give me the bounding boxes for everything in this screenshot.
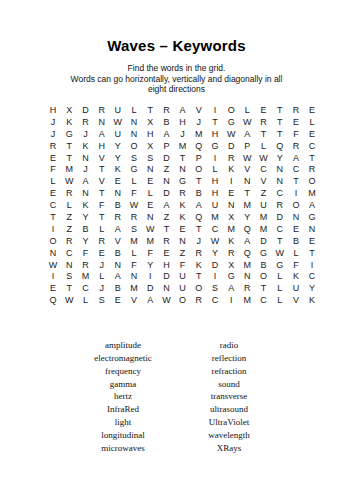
grid-cell: E [45,187,61,199]
grid-cell: W [223,128,239,140]
grid-cell: A [158,199,174,211]
grid-cell: Q [239,247,255,259]
grid-cell: C [288,163,304,175]
grid-cell: B [255,259,271,271]
grid-cell: D [255,235,271,247]
grid-cell: T [94,187,110,199]
grid-cell: M [239,294,255,306]
grid-cell: T [61,282,77,294]
grid-cell: J [94,259,110,271]
grid-cell: P [158,140,174,152]
grid-cell: D [207,259,223,271]
grid-cell: A [77,175,93,187]
grid-cell: X [223,211,239,223]
grid-cell: G [61,128,77,140]
grid-cell: N [110,187,126,199]
grid-cell: R [77,116,93,128]
grid-cell: M [142,235,158,247]
grid-cell: K [223,235,239,247]
grid-cell: O [175,294,191,306]
grid-cell: P [239,140,255,152]
grid-cell: F [77,247,93,259]
grid-cell: Y [272,152,288,164]
grid-cell: T [142,104,158,116]
grid-cell: N [126,128,142,140]
grid-cell: E [255,104,271,116]
grid-cell: R [304,163,320,175]
grid-cell: E [304,235,320,247]
grid-cell: W [207,235,223,247]
word-item: reflection [149,352,309,365]
grid-cell: V [94,152,110,164]
grid-cell: S [94,294,110,306]
word-item: UltraViolet [149,416,309,429]
grid-cell: L [272,282,288,294]
grid-cell: O [191,282,207,294]
grid-cell: C [77,282,93,294]
grid-cell: D [158,187,174,199]
grid-cell: K [110,163,126,175]
grid-cell: J [94,282,110,294]
grid-cell: J [45,116,61,128]
grid-cell: W [126,199,142,211]
grid-cell: M [239,199,255,211]
grid-cell: X [142,140,158,152]
grid-cell: D [272,211,288,223]
grid-cell: E [45,282,61,294]
grid-cell: M [175,140,191,152]
grid-cell: R [94,235,110,247]
grid-cell: J [175,128,191,140]
grid-cell: T [158,223,174,235]
grid-cell: E [94,247,110,259]
grid-cell: E [175,223,191,235]
grid-cell: N [272,163,288,175]
word-item: transverse [149,390,309,403]
grid-cell: G [272,259,288,271]
grid-cell: C [207,223,223,235]
grid-cell: H [94,140,110,152]
grid-cell: I [223,175,239,187]
grid-cell: E [304,104,320,116]
grid-cell: Q [191,211,207,223]
word-item: ultrasound [149,403,309,416]
grid-cell: K [175,199,191,211]
grid-cell: U [175,270,191,282]
grid-cell: V [239,163,255,175]
grid-cell: L [272,294,288,306]
grid-cell: Y [239,211,255,223]
grid-cell: B [110,199,126,211]
grid-cell: F [126,187,142,199]
grid-cell: V [191,104,207,116]
grid-cell: M [207,211,223,223]
grid-cell: W [110,116,126,128]
word-item: radio [149,339,309,352]
grid-cell: M [239,259,255,271]
grid-cell: R [239,282,255,294]
grid-cell: A [304,199,320,211]
grid-cell: N [45,247,61,259]
grid-cell: N [158,175,174,187]
grid-cell: L [94,270,110,282]
grid-cell: T [288,175,304,187]
grid-cell: E [223,187,239,199]
grid-cell: T [191,175,207,187]
grid-cell: L [239,104,255,116]
grid-cell: Q [272,140,288,152]
page-title: Waves – Keywords [0,37,353,54]
grid-cell: C [207,294,223,306]
grid-cell: W [255,152,271,164]
grid-cell: R [223,247,239,259]
grid-cell: O [191,163,207,175]
grid-cell: T [94,211,110,223]
word-item: XRays [149,442,309,455]
grid-cell: L [77,294,93,306]
grid-cell: J [77,163,93,175]
grid-cell: V [255,175,271,187]
grid-cell: L [126,247,142,259]
grid-cell: R [255,116,271,128]
grid-cell: H [207,128,223,140]
grid-cell: B [110,247,126,259]
grid-cell: G [223,270,239,282]
grid-cell: T [304,152,320,164]
grid-cell: I [45,223,61,235]
grid-cell: C [61,247,77,259]
grid-cell: L [272,270,288,282]
grid-cell: U [110,128,126,140]
grid-cell: M [61,163,77,175]
grid-cell: R [223,152,239,164]
grid-cell: C [304,140,320,152]
grid-cell: N [158,282,174,294]
grid-cell: U [110,104,126,116]
grid-cell: H [175,116,191,128]
grid-cell: O [304,175,320,187]
grid-cell: V [110,235,126,247]
grid-cell: I [223,294,239,306]
grid-cell: U [255,199,271,211]
grid-cell: T [272,116,288,128]
grid-cell: M [255,211,271,223]
grid-cell: I [304,259,320,271]
grid-cell: N [175,235,191,247]
grid-cell: L [288,247,304,259]
grid-cell: R [288,104,304,116]
grid-cell: M [126,235,142,247]
grid-cell: W [61,294,77,306]
grid-cell: I [207,104,223,116]
grid-cell: R [272,199,288,211]
grid-cell: A [94,128,110,140]
grid-cell: T [239,187,255,199]
grid-cell: R [288,140,304,152]
word-list-right: radioreflectionrefractionsoundtransverse… [149,339,309,455]
grid-cell: Y [77,235,93,247]
grid-cell: X [61,104,77,116]
grid-cell: T [191,223,207,235]
word-grid: HXDRULTRAVIOLETREJKRNWNXBHJTGWRTELJGJAUN… [45,104,320,306]
grid-cell: R [126,211,142,223]
grid-cell: L [207,163,223,175]
grid-cell: R [61,235,77,247]
grid-cell: I [207,270,223,282]
grid-cell: T [255,128,271,140]
word-item: sound [149,378,309,391]
grid-cell: T [175,152,191,164]
grid-cell: T [304,247,320,259]
grid-cell: O [45,235,61,247]
grid-cell: L [304,116,320,128]
grid-cell: K [61,116,77,128]
grid-cell: L [94,223,110,235]
grid-cell: E [158,247,174,259]
grid-cell: N [239,175,255,187]
grid-cell: N [110,259,126,271]
grid-cell: N [288,211,304,223]
grid-cell: C [272,223,288,235]
grid-cell: R [191,294,207,306]
grid-cell: N [223,199,239,211]
grid-cell: S [126,152,142,164]
grid-cell: M [223,223,239,235]
grid-cell: I [142,270,158,282]
grid-cell: V [94,175,110,187]
grid-cell: Q [45,294,61,306]
grid-cell: J [191,235,207,247]
grid-cell: T [272,128,288,140]
instructions: Find the words in the grid. Words can go… [0,63,353,95]
grid-cell: R [61,187,77,199]
grid-cell: W [272,247,288,259]
grid-cell: D [142,282,158,294]
grid-cell: H [142,128,158,140]
grid-cell: C [45,199,61,211]
grid-cell: B [288,235,304,247]
grid-cell: L [126,175,142,187]
grid-cell: Y [77,211,93,223]
grid-cell: M [255,223,271,235]
grid-cell: E [110,294,126,306]
grid-cell: K [191,259,207,271]
grid-cell: U [175,282,191,294]
word-item: refraction [149,365,309,378]
grid-cell: Z [158,163,174,175]
grid-cell: L [126,104,142,116]
grid-cell: R [158,104,174,116]
grid-cell: M [77,270,93,282]
grid-cell: G [207,140,223,152]
instruction-line: Words can go horizontally, vertically an… [0,74,353,85]
grid-cell: H [207,175,223,187]
grid-cell: G [126,163,142,175]
grid-cell: F [126,259,142,271]
grid-cell: N [126,270,142,282]
grid-cell: E [142,199,158,211]
grid-cell: U [207,199,223,211]
grid-cell: A [223,282,239,294]
grid-cell: N [61,259,77,271]
grid-cell: S [207,282,223,294]
grid-cell: A [142,294,158,306]
grid-cell: J [77,128,93,140]
grid-cell: N [272,175,288,187]
grid-cell: M [126,282,142,294]
grid-cell: B [158,116,174,128]
grid-cell: Z [61,223,77,235]
grid-cell: A [175,104,191,116]
grid-cell: A [288,152,304,164]
grid-cell: W [61,175,77,187]
grid-cell: B [191,187,207,199]
grid-cell: A [239,235,255,247]
grid-cell: K [175,211,191,223]
grid-cell: R [191,247,207,259]
grid-cell: F [142,247,158,259]
grid-cell: L [142,187,158,199]
grid-cell: L [255,140,271,152]
grid-cell: N [77,152,93,164]
grid-cell: A [110,223,126,235]
grid-cell: E [110,175,126,187]
grid-cell: L [61,199,77,211]
grid-cell: C [272,187,288,199]
grid-cell: C [304,270,320,282]
grid-cell: W [239,152,255,164]
grid-cell: K [288,270,304,282]
grid-cell: X [223,259,239,271]
grid-cell: V [126,294,142,306]
grid-cell: Z [158,211,174,223]
grid-cell: A [239,128,255,140]
instruction-line: eight directions [0,84,353,95]
grid-cell: H [45,104,61,116]
grid-cell: O [255,270,271,282]
word-item: wavelength [149,429,309,442]
grid-cell: Y [207,247,223,259]
grid-cell: N [94,116,110,128]
grid-cell: T [61,152,77,164]
grid-cell: H [158,259,174,271]
grid-cell: V [288,294,304,306]
grid-cell: N [239,270,255,282]
grid-cell: I [288,187,304,199]
grid-cell: T [272,235,288,247]
grid-cell: Z [175,247,191,259]
grid-cell: S [61,270,77,282]
grid-cell: I [207,152,223,164]
grid-cell: A [158,128,174,140]
grid-cell: E [288,116,304,128]
grid-cell: R [158,235,174,247]
grid-cell: Z [61,211,77,223]
grid-cell: R [45,140,61,152]
grid-cell: O [223,104,239,116]
grid-cell: N [175,163,191,175]
grid-cell: E [288,223,304,235]
grid-cell: F [288,128,304,140]
grid-cell: W [239,116,255,128]
grid-cell: Y [304,282,320,294]
grid-cell: D [77,104,93,116]
grid-cell: Z [255,187,271,199]
grid-cell: Y [110,152,126,164]
grid-cell: T [45,211,61,223]
grid-cell: W [45,259,61,271]
grid-cell: P [191,152,207,164]
grid-cell: W [158,294,174,306]
worksheet-page: { "game": "word-search", "title": "Waves… [0,0,353,500]
grid-cell: C [255,294,271,306]
grid-cell: B [110,282,126,294]
grid-cell: S [126,223,142,235]
grid-cell: U [288,282,304,294]
grid-cell: F [288,259,304,271]
grid-cell: M [304,187,320,199]
grid-cell: D [158,152,174,164]
grid-cell: G [304,211,320,223]
grid-cell: F [45,163,61,175]
grid-cell: T [255,282,271,294]
grid-cell: Y [142,259,158,271]
grid-cell: E [304,128,320,140]
grid-cell: T [191,270,207,282]
grid-cell: F [175,259,191,271]
grid-cell: B [77,223,93,235]
grid-cell: N [126,116,142,128]
grid-cell: J [45,128,61,140]
grid-cell: O [126,140,142,152]
grid-cell: C [255,163,271,175]
grid-cell: Q [239,223,255,235]
grid-cell: X [142,116,158,128]
grid-cell: N [142,211,158,223]
grid-cell: E [142,175,158,187]
grid-cell: A [191,199,207,211]
grid-cell: N [142,163,158,175]
grid-cell: N [304,223,320,235]
grid-cell: T [61,140,77,152]
grid-cell: R [175,187,191,199]
grid-cell: L [45,175,61,187]
grid-cell: H [207,187,223,199]
grid-cell: K [77,199,93,211]
instruction-line: Find the words in the grid. [0,63,353,74]
grid-cell: R [94,104,110,116]
grid-cell: W [142,223,158,235]
grid-cell: T [207,116,223,128]
grid-cell: G [175,175,191,187]
grid-cell: D [158,270,174,282]
grid-cell: J [191,116,207,128]
grid-cell: E [45,152,61,164]
grid-cell: I [45,270,61,282]
grid-cell: F [94,199,110,211]
grid-cell: S [142,152,158,164]
grid-cell: Q [191,140,207,152]
grid-cell: K [77,140,93,152]
grid-cell: O [288,199,304,211]
grid-cell: R [110,211,126,223]
grid-cell: K [223,163,239,175]
grid-cell: G [223,116,239,128]
grid-cell: T [272,104,288,116]
grid-cell: T [94,163,110,175]
grid-cell: D [223,140,239,152]
grid-cell: R [77,259,93,271]
